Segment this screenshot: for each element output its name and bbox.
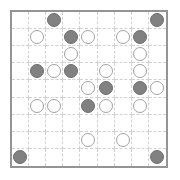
cell-r5c4[interactable] [80, 98, 97, 115]
black-circle [64, 64, 78, 78]
cell-r2c0[interactable] [12, 46, 29, 63]
masyu-puzzle-page [0, 0, 180, 180]
black-circle [150, 150, 164, 164]
black-circle [13, 150, 27, 164]
cell-r2c5[interactable] [98, 46, 115, 63]
cell-r8c2[interactable] [46, 149, 63, 166]
cell-r6c7[interactable] [132, 115, 149, 132]
black-circle [47, 13, 61, 27]
cell-r0c2[interactable] [46, 12, 63, 29]
cell-r5c7[interactable] [132, 98, 149, 115]
cell-r1c0[interactable] [12, 29, 29, 46]
cell-r6c2[interactable] [46, 115, 63, 132]
cell-r4c2[interactable] [46, 80, 63, 97]
cell-r4c5[interactable] [98, 80, 115, 97]
cell-r8c5[interactable] [98, 149, 115, 166]
cell-r3c4[interactable] [80, 63, 97, 80]
white-circle [116, 30, 130, 44]
cell-r2c6[interactable] [115, 46, 132, 63]
cell-r6c6[interactable] [115, 115, 132, 132]
cell-r4c6[interactable] [115, 80, 132, 97]
cell-r2c8[interactable] [149, 46, 166, 63]
cell-r8c0[interactable] [12, 149, 29, 166]
cell-r7c3[interactable] [63, 132, 80, 149]
cell-r6c5[interactable] [98, 115, 115, 132]
cell-r8c4[interactable] [80, 149, 97, 166]
cell-r2c3[interactable] [63, 46, 80, 63]
cell-r6c1[interactable] [29, 115, 46, 132]
cell-r3c0[interactable] [12, 63, 29, 80]
cell-r3c5[interactable] [98, 63, 115, 80]
cell-r2c4[interactable] [80, 46, 97, 63]
cell-r7c0[interactable] [12, 132, 29, 149]
cell-r7c4[interactable] [80, 132, 97, 149]
cell-r2c2[interactable] [46, 46, 63, 63]
cell-r5c3[interactable] [63, 98, 80, 115]
cell-r3c2[interactable] [46, 63, 63, 80]
white-circle [30, 30, 44, 44]
white-circle [47, 64, 61, 78]
cell-r5c5[interactable] [98, 98, 115, 115]
cell-r5c8[interactable] [149, 98, 166, 115]
cell-r4c8[interactable] [149, 80, 166, 97]
white-circle [133, 64, 147, 78]
cell-r7c2[interactable] [46, 132, 63, 149]
cell-r0c4[interactable] [80, 12, 97, 29]
cell-r0c7[interactable] [132, 12, 149, 29]
cell-r0c8[interactable] [149, 12, 166, 29]
cell-r0c5[interactable] [98, 12, 115, 29]
cell-r5c0[interactable] [12, 98, 29, 115]
white-circle [81, 133, 95, 147]
white-circle [47, 99, 61, 113]
cell-r8c6[interactable] [115, 149, 132, 166]
cell-r3c3[interactable] [63, 63, 80, 80]
cell-r1c8[interactable] [149, 29, 166, 46]
cell-r3c1[interactable] [29, 63, 46, 80]
cell-r2c7[interactable] [132, 46, 149, 63]
cell-r3c7[interactable] [132, 63, 149, 80]
cell-r6c8[interactable] [149, 115, 166, 132]
cell-r0c1[interactable] [29, 12, 46, 29]
cell-r8c7[interactable] [132, 149, 149, 166]
cell-r1c1[interactable] [29, 29, 46, 46]
cell-r1c7[interactable] [132, 29, 149, 46]
cell-r7c5[interactable] [98, 132, 115, 149]
cell-r7c8[interactable] [149, 132, 166, 149]
cell-r5c6[interactable] [115, 98, 132, 115]
cell-r4c7[interactable] [132, 80, 149, 97]
cell-r1c2[interactable] [46, 29, 63, 46]
white-circle [30, 99, 44, 113]
cell-r8c3[interactable] [63, 149, 80, 166]
cell-r7c6[interactable] [115, 132, 132, 149]
black-circle [133, 30, 147, 44]
white-circle [99, 99, 113, 113]
black-circle [150, 13, 164, 27]
cell-r3c6[interactable] [115, 63, 132, 80]
cell-r4c3[interactable] [63, 80, 80, 97]
white-circle [99, 64, 113, 78]
cell-r3c8[interactable] [149, 63, 166, 80]
cell-r6c4[interactable] [80, 115, 97, 132]
black-circle [133, 81, 147, 95]
cell-r1c5[interactable] [98, 29, 115, 46]
cell-r0c6[interactable] [115, 12, 132, 29]
white-circle [81, 30, 95, 44]
cell-r8c8[interactable] [149, 149, 166, 166]
black-circle [81, 99, 95, 113]
cell-r8c1[interactable] [29, 149, 46, 166]
white-circle [150, 81, 164, 95]
cell-r6c0[interactable] [12, 115, 29, 132]
white-circle [116, 133, 130, 147]
cell-r7c1[interactable] [29, 132, 46, 149]
white-circle [133, 47, 147, 61]
white-circle [133, 99, 147, 113]
cell-r4c0[interactable] [12, 80, 29, 97]
cell-r5c1[interactable] [29, 98, 46, 115]
cell-r7c7[interactable] [132, 132, 149, 149]
cell-r0c3[interactable] [63, 12, 80, 29]
cell-r1c3[interactable] [63, 29, 80, 46]
black-circle [99, 81, 113, 95]
masyu-board [10, 10, 168, 168]
cell-r1c4[interactable] [80, 29, 97, 46]
white-circle [81, 81, 95, 95]
cell-r5c2[interactable] [46, 98, 63, 115]
cell-r4c1[interactable] [29, 80, 46, 97]
cell-r0c0[interactable] [12, 12, 29, 29]
white-circle [64, 47, 78, 61]
black-circle [30, 64, 44, 78]
cell-r4c4[interactable] [80, 80, 97, 97]
cell-r6c3[interactable] [63, 115, 80, 132]
cell-r1c6[interactable] [115, 29, 132, 46]
cell-r2c1[interactable] [29, 46, 46, 63]
black-circle [64, 30, 78, 44]
